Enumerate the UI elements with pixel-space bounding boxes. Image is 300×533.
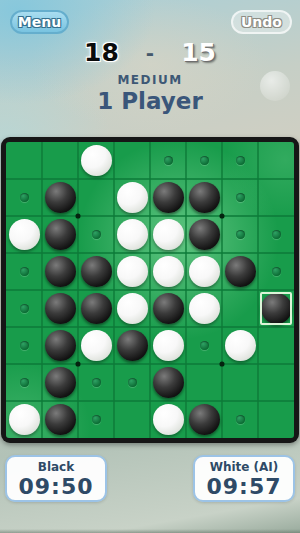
cell-b7[interactable] [42,364,78,401]
difficulty-label: MEDIUM [0,73,300,87]
cell-d7[interactable] [114,364,150,401]
cell-a1[interactable] [6,142,42,179]
white-disc [117,219,148,250]
legal-move-hint [200,341,209,350]
cell-d5[interactable] [114,290,150,327]
cell-d3[interactable] [114,216,150,253]
board-surface [6,142,294,438]
cell-h6[interactable] [258,327,294,364]
black-disc [117,330,148,361]
white-clock-time: 09:57 [195,474,293,499]
black-clock-label: Black [7,461,105,474]
cell-b5[interactable] [42,290,78,327]
black-clock-time: 09:50 [7,474,105,499]
cell-a8[interactable] [6,401,42,438]
board-cells [6,142,294,438]
white-disc [117,293,148,324]
black-disc [45,404,76,435]
legal-move-hint [20,193,29,202]
black-disc [81,293,112,324]
black-disc [45,293,76,324]
cell-f3[interactable] [186,216,222,253]
cell-b6[interactable] [42,327,78,364]
cell-c7[interactable] [78,364,114,401]
legal-move-hint [92,230,101,239]
white-disc [9,219,40,250]
black-disc [45,219,76,250]
background-bubble [260,71,290,101]
cell-e4[interactable] [150,253,186,290]
legal-move-hint [200,156,209,165]
cell-e5[interactable] [150,290,186,327]
white-disc [153,219,184,250]
cell-a2[interactable] [6,179,42,216]
white-clock-label: White (AI) [195,461,293,474]
white-disc [189,256,220,287]
board-frame [1,137,299,443]
black-disc [45,256,76,287]
black-disc [153,293,184,324]
legal-move-hint [128,378,137,387]
cell-c8[interactable] [78,401,114,438]
black-disc [81,256,112,287]
black-disc [45,182,76,213]
cell-b3[interactable] [42,216,78,253]
legal-move-hint [164,156,173,165]
legal-move-hint [236,230,245,239]
legal-move-hint [20,304,29,313]
white-disc [153,256,184,287]
white-disc [117,182,148,213]
undo-button[interactable]: Undo [231,10,292,34]
cell-g3[interactable] [222,216,258,253]
cell-b2[interactable] [42,179,78,216]
black-disc [189,182,220,213]
cell-a6[interactable] [6,327,42,364]
cell-b4[interactable] [42,253,78,290]
screen-bottom-edge [0,529,300,533]
cell-d6[interactable] [114,327,150,364]
legal-move-hint [20,267,29,276]
black-disc [153,182,184,213]
cell-f7[interactable] [186,364,222,401]
cell-f8[interactable] [186,401,222,438]
cell-a5[interactable] [6,290,42,327]
cell-e2[interactable] [150,179,186,216]
cell-a7[interactable] [6,364,42,401]
black-disc [225,256,256,287]
cell-a3[interactable] [6,216,42,253]
black-disc [189,404,220,435]
white-disc [117,256,148,287]
cell-e8[interactable] [150,401,186,438]
cell-c5[interactable] [78,290,114,327]
legal-move-hint [92,378,101,387]
cell-d8[interactable] [114,401,150,438]
cell-f4[interactable] [186,253,222,290]
app-screen: Menu Undo 18 - 15 MEDIUM 1 Player [0,0,300,533]
legal-move-hint [236,156,245,165]
cell-g7[interactable] [222,364,258,401]
cell-a4[interactable] [6,253,42,290]
white-disc [81,330,112,361]
score-separator: - [146,39,154,67]
cell-c2[interactable] [78,179,114,216]
legal-move-hint [236,193,245,202]
cell-c4[interactable] [78,253,114,290]
white-disc [225,330,256,361]
cell-h8[interactable] [258,401,294,438]
white-disc [81,145,112,176]
cell-c6[interactable] [78,327,114,364]
legal-move-hint [92,415,101,424]
black-disc [153,367,184,398]
score-black: 18 [84,39,119,67]
score-display: 18 - 15 [0,39,300,67]
cell-f5[interactable] [186,290,222,327]
black-disc [45,330,76,361]
legal-move-hint [20,341,29,350]
cell-e1[interactable] [150,142,186,179]
cell-b1[interactable] [42,142,78,179]
white-disc [9,404,40,435]
cell-h2[interactable] [258,179,294,216]
cell-c3[interactable] [78,216,114,253]
cell-f6[interactable] [186,327,222,364]
cell-g2[interactable] [222,179,258,216]
legal-move-hint [20,378,29,387]
cell-g5[interactable] [222,290,258,327]
white-disc [153,404,184,435]
cell-g1[interactable] [222,142,258,179]
cell-d2[interactable] [114,179,150,216]
white-disc [189,293,220,324]
white-disc [153,330,184,361]
black-clock: Black 09:50 [5,455,107,502]
legal-move-hint [272,267,281,276]
cell-h3[interactable] [258,216,294,253]
cell-b8[interactable] [42,401,78,438]
cell-d1[interactable] [114,142,150,179]
cell-d4[interactable] [114,253,150,290]
cell-f1[interactable] [186,142,222,179]
cell-f2[interactable] [186,179,222,216]
menu-button[interactable]: Menu [10,10,69,34]
legal-move-hint [236,415,245,424]
legal-move-hint [272,230,281,239]
mode-label: 1 Player [0,88,300,114]
cell-e6[interactable] [150,327,186,364]
cell-h4[interactable] [258,253,294,290]
cell-e7[interactable] [150,364,186,401]
score-white: 15 [181,39,216,67]
white-clock: White (AI) 09:57 [193,455,295,502]
cell-g6[interactable] [222,327,258,364]
cell-c1[interactable] [78,142,114,179]
cell-h1[interactable] [258,142,294,179]
cell-g8[interactable] [222,401,258,438]
cell-h7[interactable] [258,364,294,401]
cell-h5[interactable] [258,290,294,327]
cell-g4[interactable] [222,253,258,290]
cell-e3[interactable] [150,216,186,253]
black-disc [189,219,220,250]
black-disc [45,367,76,398]
black-disc [261,293,292,324]
